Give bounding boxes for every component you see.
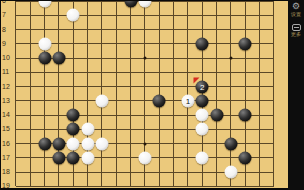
white-stone <box>224 166 237 179</box>
board-intersection[interactable] <box>138 1 152 8</box>
black-stone: 2 <box>196 80 209 93</box>
board-intersection[interactable] <box>224 79 238 93</box>
board-intersection[interactable] <box>37 94 51 108</box>
board-intersection[interactable] <box>209 136 223 150</box>
board-intersection[interactable] <box>267 108 281 122</box>
board-intersection[interactable] <box>166 165 180 179</box>
board-intersection[interactable] <box>123 94 137 108</box>
board-intersection[interactable] <box>181 136 195 150</box>
board-intersection[interactable] <box>66 37 80 51</box>
board-intersection[interactable] <box>138 94 152 108</box>
board-intersection[interactable] <box>66 65 80 79</box>
board-intersection[interactable] <box>166 136 180 150</box>
board-intersection[interactable] <box>138 179 152 188</box>
black-stone <box>67 123 80 136</box>
board-intersection[interactable] <box>66 165 80 179</box>
board-intersection[interactable] <box>95 1 109 8</box>
board-intersection[interactable] <box>267 51 281 65</box>
board-intersection[interactable] <box>123 37 137 51</box>
board-intersection[interactable] <box>109 65 123 79</box>
board-intersection[interactable] <box>109 51 123 65</box>
board-intersection[interactable] <box>195 37 209 51</box>
board-intersection[interactable] <box>52 79 66 93</box>
board-intersection[interactable] <box>37 165 51 179</box>
board-intersection[interactable] <box>80 94 94 108</box>
board-intersection[interactable] <box>152 108 166 122</box>
board-intersection[interactable] <box>224 94 238 108</box>
board-intersection[interactable] <box>238 151 252 165</box>
row-label: 15 <box>1 125 14 133</box>
board-intersection[interactable] <box>109 94 123 108</box>
board-intersection[interactable] <box>109 151 123 165</box>
board-intersection[interactable] <box>252 108 266 122</box>
board-intersection[interactable] <box>238 94 252 108</box>
board-intersection[interactable] <box>80 65 94 79</box>
board-intersection[interactable] <box>123 136 137 150</box>
board-intersection[interactable] <box>224 151 238 165</box>
white-stone <box>138 151 151 164</box>
board-intersection[interactable] <box>224 51 238 65</box>
board-intersection[interactable] <box>123 108 137 122</box>
board-intersection[interactable] <box>238 8 252 22</box>
sidebar-item-more[interactable]: 更多 <box>290 24 302 38</box>
board-intersection[interactable] <box>66 151 80 165</box>
board-intersection[interactable] <box>252 165 266 179</box>
board-intersection[interactable] <box>252 94 266 108</box>
black-stone <box>196 37 209 50</box>
board-intersection[interactable] <box>195 122 209 136</box>
board-intersection[interactable] <box>238 136 252 150</box>
board-intersection[interactable] <box>166 151 180 165</box>
board-intersection[interactable] <box>267 22 281 36</box>
board-intersection[interactable] <box>52 122 66 136</box>
board-intersection[interactable] <box>238 165 252 179</box>
white-stone <box>95 137 108 150</box>
board-intersection[interactable] <box>95 94 109 108</box>
board-intersection[interactable] <box>152 151 166 165</box>
board-intersection[interactable] <box>80 1 94 8</box>
board-intersection[interactable] <box>80 108 94 122</box>
board-intersection[interactable] <box>267 94 281 108</box>
board-intersection[interactable] <box>52 22 66 36</box>
board-intersection[interactable] <box>23 165 37 179</box>
white-stone <box>196 109 209 122</box>
board-intersection[interactable] <box>37 179 51 188</box>
board-intersection[interactable] <box>224 22 238 36</box>
board-intersection[interactable] <box>123 79 137 93</box>
move-number-label: 2 <box>200 80 204 93</box>
board-intersection[interactable] <box>238 108 252 122</box>
board-intersection[interactable] <box>37 1 51 8</box>
record-icon <box>292 24 301 31</box>
board-intersection[interactable] <box>209 65 223 79</box>
board-intersection[interactable] <box>95 79 109 93</box>
board-intersection[interactable] <box>52 94 66 108</box>
board-intersection[interactable] <box>66 22 80 36</box>
board-intersection[interactable] <box>224 65 238 79</box>
board-intersection[interactable] <box>52 1 66 8</box>
sidebar: ⚙ 设置 更多 <box>288 0 304 190</box>
board-intersection[interactable] <box>224 122 238 136</box>
board-intersection[interactable] <box>181 122 195 136</box>
black-stone <box>239 109 252 122</box>
board-intersection[interactable] <box>209 179 223 188</box>
board-intersection[interactable] <box>152 94 166 108</box>
board-intersection[interactable] <box>195 179 209 188</box>
board-intersection[interactable] <box>152 136 166 150</box>
board-intersection[interactable] <box>181 179 195 188</box>
board-intersection[interactable] <box>80 179 94 188</box>
board-intersection[interactable] <box>23 65 37 79</box>
board-intersection[interactable] <box>109 79 123 93</box>
row-label: 9 <box>1 40 14 48</box>
board-intersection[interactable] <box>138 37 152 51</box>
board-intersection[interactable] <box>123 65 137 79</box>
board-intersection[interactable] <box>123 8 137 22</box>
white-stone <box>138 1 151 8</box>
board-intersection[interactable] <box>109 136 123 150</box>
board-intersection[interactable] <box>80 122 94 136</box>
board-intersection[interactable] <box>209 37 223 51</box>
white-stone <box>81 151 94 164</box>
board-intersection[interactable] <box>252 65 266 79</box>
board-intersection[interactable] <box>95 37 109 51</box>
board-intersection[interactable] <box>267 122 281 136</box>
row-label: 7 <box>1 11 14 19</box>
board-intersection[interactable] <box>37 8 51 22</box>
board-intersection[interactable] <box>37 136 51 150</box>
board-intersection[interactable] <box>267 65 281 79</box>
board-intersection[interactable] <box>95 108 109 122</box>
board-intersection[interactable] <box>152 79 166 93</box>
board-intersection[interactable] <box>138 22 152 36</box>
board-intersection[interactable] <box>252 1 266 8</box>
black-stone <box>38 137 51 150</box>
board-intersection[interactable] <box>52 65 66 79</box>
board-intersection[interactable] <box>152 65 166 79</box>
board-intersection[interactable] <box>267 79 281 93</box>
board-intersection[interactable] <box>80 37 94 51</box>
board-intersection[interactable] <box>138 165 152 179</box>
settings-label: 设置 <box>291 12 301 18</box>
board-intersection[interactable] <box>52 108 66 122</box>
board-intersection[interactable] <box>123 22 137 36</box>
board-intersection[interactable] <box>152 8 166 22</box>
board-intersection[interactable] <box>252 22 266 36</box>
board-intersection[interactable] <box>195 1 209 8</box>
board-intersection[interactable]: 2 <box>195 79 209 93</box>
board-intersection[interactable] <box>181 1 195 8</box>
board-intersection[interactable] <box>209 94 223 108</box>
board-intersection[interactable] <box>166 79 180 93</box>
board-intersection[interactable] <box>66 1 80 8</box>
board-intersection[interactable] <box>195 136 209 150</box>
board-intersection[interactable] <box>166 51 180 65</box>
board-intersection[interactable] <box>252 179 266 188</box>
board-intersection[interactable] <box>238 65 252 79</box>
board-intersection[interactable] <box>66 136 80 150</box>
board-intersection[interactable] <box>95 65 109 79</box>
board-intersection[interactable] <box>23 94 37 108</box>
board-intersection[interactable] <box>23 179 37 188</box>
board-intersection[interactable] <box>224 8 238 22</box>
board-intersection[interactable] <box>23 136 37 150</box>
board-intersection[interactable] <box>181 22 195 36</box>
board-intersection[interactable] <box>66 94 80 108</box>
board-intersection[interactable] <box>224 165 238 179</box>
app-screen: 21 678910111213141516171819 ⚙ 设置 更多 <box>0 0 304 190</box>
board-intersection[interactable] <box>195 8 209 22</box>
last-move-triangle-marker <box>194 77 200 83</box>
board-intersection[interactable] <box>95 122 109 136</box>
row-label: 12 <box>1 83 14 91</box>
row-label: 13 <box>1 97 14 105</box>
board-intersection[interactable] <box>52 179 66 188</box>
board-intersection[interactable] <box>95 136 109 150</box>
board-intersection[interactable] <box>195 108 209 122</box>
board-intersection[interactable] <box>166 122 180 136</box>
white-stone <box>81 137 94 150</box>
board-intersection[interactable] <box>181 108 195 122</box>
board-intersection[interactable] <box>252 37 266 51</box>
board-intersection[interactable] <box>37 37 51 51</box>
board-intersection[interactable] <box>138 108 152 122</box>
board-intersection[interactable] <box>109 22 123 36</box>
board-intersection[interactable] <box>238 122 252 136</box>
board-intersection[interactable] <box>23 151 37 165</box>
board-intersection[interactable] <box>166 179 180 188</box>
board-intersection[interactable] <box>209 8 223 22</box>
board-intersection[interactable] <box>195 22 209 36</box>
board-intersection[interactable] <box>80 8 94 22</box>
board-intersection[interactable] <box>152 37 166 51</box>
board-intersection[interactable] <box>181 165 195 179</box>
board-intersection[interactable] <box>224 37 238 51</box>
board-intersection[interactable] <box>23 22 37 36</box>
board-intersection[interactable] <box>238 22 252 36</box>
board-intersection[interactable] <box>95 151 109 165</box>
board-intersection[interactable] <box>109 8 123 22</box>
board-intersection[interactable] <box>52 8 66 22</box>
white-stone <box>196 151 209 164</box>
board-intersection[interactable] <box>109 108 123 122</box>
board-intersection[interactable] <box>252 8 266 22</box>
board-intersection[interactable] <box>23 108 37 122</box>
more-label: 更多 <box>291 32 301 38</box>
board-intersection[interactable] <box>123 151 137 165</box>
board-intersection[interactable] <box>181 51 195 65</box>
black-stone <box>52 151 65 164</box>
gear-icon: ⚙ <box>292 2 300 11</box>
board-intersection[interactable] <box>138 8 152 22</box>
board-intersection[interactable] <box>181 151 195 165</box>
board-intersection[interactable] <box>224 108 238 122</box>
board-intersection[interactable] <box>80 136 94 150</box>
board-intersection[interactable] <box>123 122 137 136</box>
board-intersection[interactable] <box>166 65 180 79</box>
board-intersection[interactable] <box>238 37 252 51</box>
board-intersection[interactable] <box>238 51 252 65</box>
board-intersection[interactable] <box>267 165 281 179</box>
board-intersection[interactable] <box>267 151 281 165</box>
board-intersection[interactable] <box>80 151 94 165</box>
board-intersection[interactable] <box>52 136 66 150</box>
board-intersection[interactable] <box>109 179 123 188</box>
board-intersection[interactable] <box>123 1 137 8</box>
row-label: 14 <box>1 111 14 119</box>
board-intersection[interactable] <box>252 79 266 93</box>
board-intersection[interactable] <box>109 122 123 136</box>
sidebar-item-settings[interactable]: ⚙ 设置 <box>290 2 302 18</box>
goban: 21 678910111213141516171819 <box>1 1 288 188</box>
board-intersection[interactable] <box>224 1 238 8</box>
board-intersection[interactable] <box>252 136 266 150</box>
board-intersection[interactable] <box>238 79 252 93</box>
board-intersection[interactable] <box>123 179 137 188</box>
board-intersection[interactable] <box>209 165 223 179</box>
board-intersection[interactable] <box>267 179 281 188</box>
board-intersection[interactable] <box>138 65 152 79</box>
board-intersection[interactable] <box>23 79 37 93</box>
board-intersection[interactable] <box>109 1 123 8</box>
board-intersection[interactable] <box>37 22 51 36</box>
star-point <box>229 57 232 60</box>
board-intersection[interactable] <box>37 79 51 93</box>
board-intersection[interactable] <box>52 51 66 65</box>
black-stone <box>210 109 223 122</box>
move-number-label: 1 <box>186 94 190 107</box>
board-intersection[interactable] <box>66 79 80 93</box>
board-intersection[interactable] <box>138 151 152 165</box>
board-intersection[interactable] <box>209 151 223 165</box>
black-stone <box>52 137 65 150</box>
board-intersection[interactable] <box>52 165 66 179</box>
board-intersection[interactable] <box>152 165 166 179</box>
board-intersection[interactable] <box>80 51 94 65</box>
board-intersection[interactable] <box>267 37 281 51</box>
white-stone <box>67 137 80 150</box>
board-intersection[interactable] <box>195 151 209 165</box>
board-intersection[interactable] <box>37 122 51 136</box>
board-intersection[interactable] <box>267 8 281 22</box>
board-intersection[interactable] <box>166 22 180 36</box>
board-intersection[interactable] <box>166 37 180 51</box>
board-intersection[interactable] <box>209 122 223 136</box>
board-intersection[interactable] <box>23 122 37 136</box>
board-intersection[interactable] <box>209 51 223 65</box>
black-stone <box>239 37 252 50</box>
white-stone <box>95 94 108 107</box>
board-intersection[interactable] <box>138 136 152 150</box>
board-intersection[interactable] <box>181 37 195 51</box>
board-intersection[interactable] <box>224 179 238 188</box>
white-stone <box>38 37 51 50</box>
board-intersection[interactable] <box>80 79 94 93</box>
board-intersection[interactable] <box>238 179 252 188</box>
board-intersection[interactable] <box>95 22 109 36</box>
black-stone <box>153 94 166 107</box>
board-intersection[interactable] <box>209 79 223 93</box>
board-intersection[interactable] <box>209 1 223 8</box>
board-intersection[interactable] <box>123 51 137 65</box>
board-intersection[interactable] <box>138 51 152 65</box>
board-intersection[interactable] <box>152 51 166 65</box>
board-intersection[interactable] <box>66 122 80 136</box>
board-intersection[interactable] <box>66 179 80 188</box>
board-intersection[interactable] <box>80 22 94 36</box>
board-intersection[interactable] <box>166 108 180 122</box>
board-intersection[interactable] <box>37 51 51 65</box>
board-intersection[interactable] <box>195 94 209 108</box>
board-intersection[interactable] <box>152 122 166 136</box>
board-intersection[interactable] <box>267 136 281 150</box>
board-intersection[interactable] <box>238 1 252 8</box>
board-intersection[interactable] <box>138 79 152 93</box>
board-intersection[interactable] <box>224 136 238 150</box>
board-intersection[interactable] <box>23 37 37 51</box>
board-intersection[interactable] <box>195 165 209 179</box>
board-intersection[interactable] <box>37 108 51 122</box>
board-intersection[interactable] <box>152 179 166 188</box>
board-intersection[interactable] <box>23 8 37 22</box>
board-intersection[interactable] <box>209 108 223 122</box>
board-intersection[interactable] <box>37 151 51 165</box>
board-intersection[interactable] <box>252 151 266 165</box>
board-intersection[interactable] <box>66 108 80 122</box>
board-intersection[interactable] <box>52 151 66 165</box>
board-intersection[interactable] <box>109 165 123 179</box>
board-intersection[interactable] <box>95 179 109 188</box>
black-stone <box>196 94 209 107</box>
board-grid: 21 <box>9 1 281 188</box>
white-stone <box>67 9 80 22</box>
board-intersection[interactable] <box>66 51 80 65</box>
board-intersection[interactable] <box>166 94 180 108</box>
white-stone: 1 <box>181 94 194 107</box>
board-intersection[interactable] <box>267 1 281 8</box>
board-intersection[interactable] <box>166 1 180 8</box>
row-label: 16 <box>1 140 14 148</box>
white-stone <box>38 1 51 8</box>
row-label: 10 <box>1 54 14 62</box>
board-intersection[interactable] <box>195 51 209 65</box>
black-stone <box>67 109 80 122</box>
board-intersection[interactable] <box>80 165 94 179</box>
board-intersection[interactable] <box>209 22 223 36</box>
board-intersection[interactable] <box>181 8 195 22</box>
board-intersection[interactable] <box>66 8 80 22</box>
board-intersection[interactable] <box>138 122 152 136</box>
board-intersection[interactable] <box>252 122 266 136</box>
board-intersection[interactable] <box>152 1 166 8</box>
board-intersection[interactable] <box>252 51 266 65</box>
board-intersection[interactable] <box>166 8 180 22</box>
board-intersection[interactable] <box>109 37 123 51</box>
board-intersection[interactable] <box>95 51 109 65</box>
white-stone <box>81 123 94 136</box>
board-intersection[interactable] <box>23 1 37 8</box>
board-intersection[interactable] <box>123 165 137 179</box>
board-intersection[interactable] <box>23 51 37 65</box>
board-intersection[interactable] <box>95 165 109 179</box>
board-intersection[interactable] <box>152 22 166 36</box>
star-point <box>143 57 146 60</box>
board-intersection[interactable]: 1 <box>181 94 195 108</box>
board-intersection[interactable] <box>52 37 66 51</box>
row-label: 19 <box>1 182 14 188</box>
board-intersection[interactable] <box>37 65 51 79</box>
board-intersection[interactable] <box>95 8 109 22</box>
